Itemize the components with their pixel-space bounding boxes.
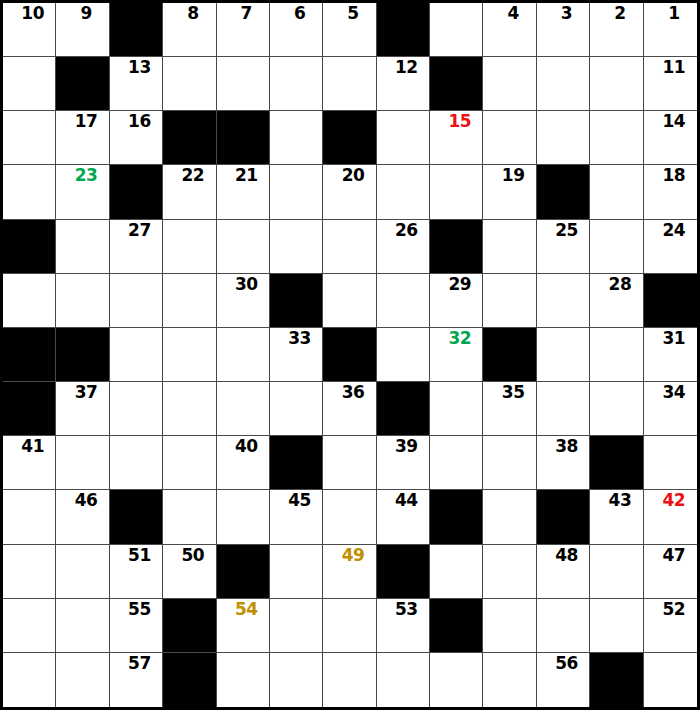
clue-number-47: 47 [644,546,697,565]
clue-number-19: 19 [483,166,535,185]
cell-r9c5[interactable]: 40 [217,436,270,490]
black-cell-r3c4 [163,111,216,165]
cell-r8c12[interactable] [590,382,643,436]
cell-r3c11[interactable] [537,111,590,165]
cell-r8c9[interactable] [430,382,483,436]
clue-number-35: 35 [483,383,535,402]
clue-number-39: 39 [377,437,429,456]
cell-r1c2[interactable]: 9 [56,3,109,57]
clue-number-54: 54 [217,600,269,619]
cell-r2c3[interactable]: 13 [110,57,163,111]
cell-r11c9[interactable] [430,545,483,599]
cell-r6c1[interactable] [3,274,56,328]
black-cell-r6c6 [270,274,323,328]
cell-r5c3[interactable]: 27 [110,220,163,274]
cell-r3c2[interactable]: 17 [56,111,109,165]
clue-number-57: 57 [110,654,162,673]
cell-r12c12[interactable] [590,599,643,653]
clue-number-10: 10 [3,4,55,23]
cell-r2c6[interactable] [270,57,323,111]
cell-r5c8[interactable]: 26 [377,220,430,274]
cell-r13c3[interactable]: 57 [110,653,163,707]
black-cell-r1c3 [110,3,163,57]
cell-r1c7[interactable]: 5 [323,3,376,57]
black-cell-r6c13 [644,274,697,328]
clue-number-24: 24 [644,221,697,240]
cell-r4c5[interactable]: 21 [217,165,270,219]
cell-r3c12[interactable] [590,111,643,165]
black-cell-r8c8 [377,382,430,436]
cell-r5c5[interactable] [217,220,270,274]
clue-number-40: 40 [217,437,269,456]
cell-r6c10[interactable] [483,274,536,328]
black-cell-r12c9 [430,599,483,653]
cell-r12c6[interactable] [270,599,323,653]
cell-r9c13[interactable] [644,436,697,490]
cell-r8c11[interactable] [537,382,590,436]
cell-r3c8[interactable] [377,111,430,165]
black-cell-r9c6 [270,436,323,490]
black-cell-r2c2 [56,57,109,111]
cell-r6c4[interactable] [163,274,216,328]
cell-r2c1[interactable] [3,57,56,111]
black-cell-r11c8 [377,545,430,599]
clue-number-37: 37 [56,383,108,402]
black-cell-r8c1 [3,382,56,436]
cell-r9c10[interactable] [483,436,536,490]
cell-r12c2[interactable] [56,599,109,653]
clue-number-49: 49 [323,546,375,565]
clue-number-31: 31 [644,329,697,348]
clue-number-21: 21 [217,166,269,185]
cell-r7c12[interactable] [590,328,643,382]
cell-r5c2[interactable] [56,220,109,274]
cell-r6c5[interactable]: 30 [217,274,270,328]
cell-r1c1[interactable]: 10 [3,3,56,57]
cell-r2c11[interactable] [537,57,590,111]
cell-r10c12[interactable]: 43 [590,490,643,544]
cell-r10c5[interactable] [217,490,270,544]
cell-r11c6[interactable] [270,545,323,599]
cell-r10c1[interactable] [3,490,56,544]
cell-r7c9[interactable]: 32 [430,328,483,382]
cell-r1c11[interactable]: 3 [537,3,590,57]
cell-r6c12[interactable]: 28 [590,274,643,328]
cell-r4c6[interactable] [270,165,323,219]
cell-r3c1[interactable] [3,111,56,165]
black-cell-r5c9 [430,220,483,274]
cell-r12c13[interactable]: 52 [644,599,697,653]
cell-r13c6[interactable] [270,653,323,707]
cell-r13c9[interactable] [430,653,483,707]
clue-number-48: 48 [537,546,589,565]
cell-r5c12[interactable] [590,220,643,274]
clue-number-46: 46 [56,491,108,510]
black-cell-r3c7 [323,111,376,165]
clue-number-22: 22 [163,166,215,185]
cell-r12c11[interactable] [537,599,590,653]
clue-number-13: 13 [110,58,162,77]
cell-r5c4[interactable] [163,220,216,274]
cell-r4c8[interactable] [377,165,430,219]
cell-r2c7[interactable] [323,57,376,111]
black-cell-r10c3 [110,490,163,544]
cell-r13c13[interactable] [644,653,697,707]
black-cell-r10c11 [537,490,590,544]
clue-number-11: 11 [644,58,697,77]
cell-r1c9[interactable] [430,3,483,57]
clue-number-36: 36 [323,383,375,402]
cell-r12c7[interactable] [323,599,376,653]
clue-number-52: 52 [644,600,697,619]
clue-number-16: 16 [110,112,162,131]
black-cell-r4c11 [537,165,590,219]
cell-r8c4[interactable] [163,382,216,436]
clue-number-14: 14 [644,112,697,131]
black-cell-r7c1 [3,328,56,382]
cell-r6c3[interactable] [110,274,163,328]
clue-number-42: 42 [644,491,697,510]
clue-number-29: 29 [430,275,482,294]
clue-number-34: 34 [644,383,697,402]
cell-r9c7[interactable] [323,436,376,490]
cell-r4c12[interactable] [590,165,643,219]
cell-r1c5[interactable]: 7 [217,3,270,57]
cell-r11c4[interactable]: 50 [163,545,216,599]
cell-r7c3[interactable] [110,328,163,382]
cell-r8c7[interactable]: 36 [323,382,376,436]
cell-r2c4[interactable] [163,57,216,111]
cell-r8c10[interactable]: 35 [483,382,536,436]
clue-number-27: 27 [110,221,162,240]
cell-r5c11[interactable]: 25 [537,220,590,274]
clue-number-28: 28 [590,275,642,294]
cell-r2c12[interactable] [590,57,643,111]
clue-number-1: 1 [644,4,697,23]
cell-r4c9[interactable] [430,165,483,219]
clue-number-7: 7 [217,4,269,23]
clue-number-2: 2 [590,4,642,23]
cell-r1c6[interactable]: 6 [270,3,323,57]
clue-number-33: 33 [270,329,322,348]
cell-r8c13[interactable]: 34 [644,382,697,436]
clue-number-12: 12 [377,58,429,77]
cell-r13c7[interactable] [323,653,376,707]
cell-r7c4[interactable] [163,328,216,382]
cell-r8c2[interactable]: 37 [56,382,109,436]
cell-r10c8[interactable]: 44 [377,490,430,544]
cell-r5c13[interactable]: 24 [644,220,697,274]
cell-r8c5[interactable] [217,382,270,436]
black-cell-r1c8 [377,3,430,57]
clue-number-9: 9 [56,4,108,23]
cell-r2c13[interactable]: 11 [644,57,697,111]
clue-number-4: 4 [483,4,535,23]
clue-number-56: 56 [537,654,589,673]
cell-r13c5[interactable] [217,653,270,707]
clue-number-55: 55 [110,600,162,619]
clue-number-50: 50 [163,546,215,565]
cell-r10c7[interactable] [323,490,376,544]
cell-r12c5[interactable]: 54 [217,599,270,653]
cell-r11c2[interactable] [56,545,109,599]
black-cell-r2c9 [430,57,483,111]
cell-r9c3[interactable] [110,436,163,490]
cell-r9c8[interactable]: 39 [377,436,430,490]
cell-r3c9[interactable]: 15 [430,111,483,165]
cell-r12c1[interactable] [3,599,56,653]
cell-r4c7[interactable]: 20 [323,165,376,219]
cell-r13c11[interactable]: 56 [537,653,590,707]
cell-r7c8[interactable] [377,328,430,382]
clue-number-51: 51 [110,546,162,565]
cell-r12c8[interactable]: 53 [377,599,430,653]
clue-number-44: 44 [377,491,429,510]
cell-r9c1[interactable]: 41 [3,436,56,490]
black-cell-r7c10 [483,328,536,382]
cell-r13c8[interactable] [377,653,430,707]
cell-r6c9[interactable]: 29 [430,274,483,328]
cell-r10c13[interactable]: 42 [644,490,697,544]
crossword-grid: 1098765432113121117161514232221201918272… [0,0,700,710]
clue-number-18: 18 [644,166,697,185]
clue-number-53: 53 [377,600,429,619]
black-cell-r4c3 [110,165,163,219]
cell-r2c5[interactable] [217,57,270,111]
clue-number-25: 25 [537,221,589,240]
cell-r9c4[interactable] [163,436,216,490]
cell-r1c12[interactable]: 2 [590,3,643,57]
clue-number-26: 26 [377,221,429,240]
clue-number-32: 32 [430,329,482,348]
cell-r5c6[interactable] [270,220,323,274]
cell-r4c4[interactable]: 22 [163,165,216,219]
cell-r6c11[interactable] [537,274,590,328]
clue-number-8: 8 [163,4,215,23]
cell-r10c10[interactable] [483,490,536,544]
black-cell-r13c4 [163,653,216,707]
cell-r2c8[interactable]: 12 [377,57,430,111]
cell-r7c11[interactable] [537,328,590,382]
cell-r11c3[interactable]: 51 [110,545,163,599]
black-cell-r3c5 [217,111,270,165]
black-cell-r7c7 [323,328,376,382]
clue-number-5: 5 [323,4,375,23]
clue-number-38: 38 [537,437,589,456]
cell-r7c13[interactable]: 31 [644,328,697,382]
cell-r5c7[interactable] [323,220,376,274]
cell-r13c2[interactable] [56,653,109,707]
clue-number-15: 15 [430,112,482,131]
clue-number-41: 41 [3,437,55,456]
cell-r10c2[interactable]: 46 [56,490,109,544]
black-cell-r7c2 [56,328,109,382]
black-cell-r13c12 [590,653,643,707]
cell-r7c5[interactable] [217,328,270,382]
cell-r11c11[interactable]: 48 [537,545,590,599]
black-cell-r10c9 [430,490,483,544]
clue-number-45: 45 [270,491,322,510]
cell-r3c13[interactable]: 14 [644,111,697,165]
cell-r5c10[interactable] [483,220,536,274]
cell-r11c1[interactable] [3,545,56,599]
black-cell-r5c1 [3,220,56,274]
cell-r9c9[interactable] [430,436,483,490]
cell-r6c2[interactable] [56,274,109,328]
cell-r10c6[interactable]: 45 [270,490,323,544]
cell-r4c10[interactable]: 19 [483,165,536,219]
cell-r3c10[interactable] [483,111,536,165]
cell-r6c8[interactable] [377,274,430,328]
cell-r2c10[interactable] [483,57,536,111]
black-cell-r12c4 [163,599,216,653]
black-cell-r11c5 [217,545,270,599]
cell-r8c3[interactable] [110,382,163,436]
cell-r9c11[interactable]: 38 [537,436,590,490]
black-cell-r9c12 [590,436,643,490]
cell-r11c13[interactable]: 47 [644,545,697,599]
cell-r1c10[interactable]: 4 [483,3,536,57]
cell-r11c10[interactable] [483,545,536,599]
clue-number-20: 20 [323,166,375,185]
cell-r11c7[interactable]: 49 [323,545,376,599]
clue-number-30: 30 [217,275,269,294]
cell-r11c12[interactable] [590,545,643,599]
cell-r13c10[interactable] [483,653,536,707]
cell-r1c13[interactable]: 1 [644,3,697,57]
clue-number-23: 23 [56,166,108,185]
cell-r12c10[interactable] [483,599,536,653]
clue-number-3: 3 [537,4,589,23]
cell-r4c2[interactable]: 23 [56,165,109,219]
cell-r4c1[interactable] [3,165,56,219]
cell-r3c3[interactable]: 16 [110,111,163,165]
cell-r13c1[interactable] [3,653,56,707]
cell-r6c7[interactable] [323,274,376,328]
cell-r3c6[interactable] [270,111,323,165]
cell-r1c4[interactable]: 8 [163,3,216,57]
clue-number-43: 43 [590,491,642,510]
clue-number-6: 6 [270,4,322,23]
cell-r4c13[interactable]: 18 [644,165,697,219]
cell-r9c2[interactable] [56,436,109,490]
cell-r8c6[interactable] [270,382,323,436]
cell-r7c6[interactable]: 33 [270,328,323,382]
clue-number-17: 17 [56,112,108,131]
cell-r12c3[interactable]: 55 [110,599,163,653]
cell-r10c4[interactable] [163,490,216,544]
